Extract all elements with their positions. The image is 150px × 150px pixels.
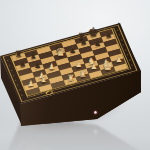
rank-label-left-2: 2 bbox=[18, 89, 20, 91]
square-d4[interactable] bbox=[57, 62, 72, 70]
square-b6[interactable] bbox=[28, 59, 43, 67]
file-label-front-B: B bbox=[46, 91, 48, 93]
square-a3[interactable] bbox=[22, 78, 37, 86]
square-h1[interactable] bbox=[113, 63, 128, 71]
rank-label-left-7: 7 bbox=[8, 64, 10, 66]
square-d2[interactable] bbox=[61, 72, 76, 80]
rank-label-right-5: 5 bbox=[123, 44, 125, 46]
rank-label-right-8: 8 bbox=[116, 29, 118, 31]
file-label-front-G: G bbox=[108, 74, 111, 76]
piece-shadow bbox=[78, 76, 89, 81]
rook-glyph: ♜ bbox=[76, 70, 90, 79]
file-label-front-E: E bbox=[83, 81, 85, 83]
square-d1[interactable] bbox=[63, 77, 78, 85]
square-g8[interactable] bbox=[86, 32, 101, 40]
square-f8[interactable] bbox=[74, 36, 89, 44]
square-g7[interactable] bbox=[88, 37, 103, 45]
piece-shadow bbox=[113, 60, 124, 65]
rank-label-right-2: 2 bbox=[129, 59, 131, 61]
piece-shadow bbox=[67, 51, 78, 56]
pawn-glyph: ♟ bbox=[99, 59, 113, 67]
square-e2[interactable] bbox=[74, 69, 89, 77]
square-c3[interactable] bbox=[47, 71, 62, 79]
king-glyph: ♚ bbox=[87, 25, 101, 37]
piece-shadow bbox=[101, 64, 112, 69]
square-f6[interactable] bbox=[78, 46, 93, 54]
file-label-back-B: B bbox=[28, 49, 30, 51]
file-label-back-A: A bbox=[16, 52, 18, 54]
piece-shadow bbox=[26, 85, 37, 90]
square-e1[interactable] bbox=[76, 74, 91, 82]
pawn-glyph: ♟ bbox=[16, 60, 30, 68]
square-h6[interactable] bbox=[103, 39, 118, 47]
piece-shadow bbox=[36, 76, 47, 81]
piece-shadow bbox=[55, 55, 66, 60]
square-g5[interactable] bbox=[92, 47, 107, 55]
square-c8[interactable] bbox=[36, 46, 51, 54]
pieces-layer: ♜♜♚♝♞♟♟♟♛♟♟♟♟♟♟♞♟♝♟♟♟♜♜♚ bbox=[0, 23, 120, 56]
square-h7[interactable] bbox=[101, 34, 116, 42]
square-g3[interactable] bbox=[97, 57, 112, 65]
square-c5[interactable] bbox=[42, 61, 57, 69]
file-label-back-H: H bbox=[103, 28, 105, 30]
piece-shadow bbox=[32, 66, 43, 71]
piece-shadow bbox=[88, 34, 99, 39]
square-d6[interactable] bbox=[53, 53, 68, 61]
bishop-glyph: ♝ bbox=[36, 74, 50, 84]
bishop-glyph: ♝ bbox=[26, 50, 40, 60]
queen-glyph: ♛ bbox=[53, 46, 67, 57]
file-label-front-D: D bbox=[71, 84, 74, 86]
file-label-front-C: C bbox=[58, 88, 60, 90]
floor-fade bbox=[0, 118, 150, 150]
piece-shadow bbox=[13, 55, 24, 60]
piece-shadow bbox=[88, 67, 99, 72]
rank-label-right-3: 3 bbox=[127, 54, 129, 56]
square-d5[interactable] bbox=[55, 58, 70, 66]
piece-shadow bbox=[76, 38, 87, 43]
square-c2[interactable] bbox=[49, 76, 64, 84]
square-g2[interactable] bbox=[99, 62, 114, 70]
pawn-glyph: ♟ bbox=[45, 63, 59, 71]
square-g4[interactable] bbox=[95, 52, 110, 60]
square-d7[interactable] bbox=[51, 48, 66, 56]
square-f5[interactable] bbox=[80, 51, 95, 59]
pawn-glyph: ♟ bbox=[86, 63, 100, 71]
square-a7[interactable] bbox=[13, 58, 28, 66]
logo-slash-icon bbox=[47, 91, 50, 93]
piece-shadow bbox=[46, 68, 57, 73]
square-g1[interactable] bbox=[101, 67, 116, 75]
square-b4[interactable] bbox=[32, 69, 47, 77]
piece-shadow bbox=[92, 44, 103, 49]
square-e7[interactable] bbox=[63, 44, 78, 52]
square-e4[interactable] bbox=[70, 59, 85, 67]
square-a6[interactable] bbox=[15, 63, 30, 71]
file-label-front-H: H bbox=[121, 70, 123, 72]
piece-shadow bbox=[86, 62, 97, 67]
piece-shadow bbox=[103, 69, 114, 74]
rank-label-left-3: 3 bbox=[16, 84, 18, 86]
rook-glyph: ♜ bbox=[74, 32, 88, 41]
square-f3[interactable] bbox=[84, 60, 99, 68]
pawn-glyph: ♟ bbox=[72, 61, 86, 69]
king-glyph: ♚ bbox=[101, 60, 115, 72]
square-b5[interactable] bbox=[30, 64, 45, 72]
rank-label-right-4: 4 bbox=[125, 49, 127, 51]
square-c6[interactable] bbox=[40, 56, 55, 64]
square-h3[interactable] bbox=[109, 54, 124, 62]
square-h2[interactable] bbox=[111, 58, 126, 66]
square-a4[interactable] bbox=[20, 73, 35, 81]
square-d8[interactable] bbox=[49, 43, 64, 51]
square-e3[interactable] bbox=[72, 64, 87, 72]
square-b2[interactable] bbox=[36, 79, 51, 87]
piece-shadow bbox=[17, 65, 28, 70]
square-e5[interactable] bbox=[67, 54, 82, 62]
pawn-glyph: ♟ bbox=[76, 38, 90, 46]
square-b7[interactable] bbox=[26, 55, 41, 63]
piece-shadow bbox=[53, 50, 64, 55]
pawn-glyph: ♟ bbox=[24, 80, 38, 88]
file-label-back-G: G bbox=[91, 32, 94, 34]
file-label-back-E: E bbox=[66, 39, 68, 41]
square-f7[interactable] bbox=[76, 41, 91, 49]
coordinate-labels: AABBCCDDEEFFGGHH8877665544332211 bbox=[0, 23, 120, 56]
square-f1[interactable] bbox=[88, 70, 103, 78]
file-label-back-D: D bbox=[53, 42, 56, 44]
piece-shadow bbox=[38, 81, 49, 86]
square-e8[interactable] bbox=[61, 39, 76, 47]
square-c1[interactable] bbox=[51, 81, 66, 89]
square-d3[interactable] bbox=[59, 67, 74, 75]
piece-shadow bbox=[28, 57, 39, 62]
square-f2[interactable] bbox=[86, 65, 101, 73]
pawn-glyph: ♟ bbox=[30, 62, 44, 70]
rank-label-right-1: 1 bbox=[131, 64, 133, 66]
square-b8[interactable] bbox=[24, 50, 39, 58]
pawn-glyph: ♟ bbox=[91, 39, 105, 47]
file-label-back-C: C bbox=[41, 45, 43, 47]
piece-shadow bbox=[74, 66, 85, 71]
pawn-glyph: ♟ bbox=[111, 56, 125, 64]
pawn-glyph: ♟ bbox=[34, 71, 48, 79]
piece-shadow bbox=[65, 79, 76, 84]
square-g6[interactable] bbox=[90, 42, 105, 50]
square-h5[interactable] bbox=[105, 44, 120, 52]
square-b3[interactable] bbox=[34, 74, 49, 82]
rank-label-left-5: 5 bbox=[12, 74, 14, 76]
file-label-back-F: F bbox=[78, 35, 80, 37]
rank-label-right-6: 6 bbox=[121, 39, 123, 41]
square-a2[interactable] bbox=[24, 83, 39, 91]
square-b1[interactable] bbox=[38, 84, 53, 92]
rank-label-left-4: 4 bbox=[14, 79, 16, 81]
file-label-front-F: F bbox=[96, 77, 98, 79]
square-c7[interactable] bbox=[38, 51, 53, 59]
square-f4[interactable] bbox=[82, 56, 97, 64]
rank-label-left-8: 8 bbox=[6, 60, 8, 62]
square-a5[interactable] bbox=[17, 68, 32, 76]
product-photo-frame: AABBCCDDEEFFGGHH8877665544332211 ♜♜♚♝♞♟♟… bbox=[0, 0, 150, 150]
knight-glyph: ♞ bbox=[51, 43, 65, 52]
square-e6[interactable] bbox=[65, 49, 80, 57]
square-a8[interactable] bbox=[11, 53, 26, 61]
piece-shadow bbox=[78, 43, 89, 48]
rook-glyph: ♜ bbox=[63, 73, 77, 82]
square-h4[interactable] bbox=[107, 49, 122, 57]
rook-glyph: ♜ bbox=[12, 49, 26, 58]
square-h8[interactable] bbox=[99, 29, 114, 37]
pawn-glyph: ♟ bbox=[66, 46, 80, 54]
rank-label-left-6: 6 bbox=[10, 69, 12, 71]
pawn-glyph: ♟ bbox=[101, 31, 115, 39]
rank-label-right-7: 7 bbox=[119, 34, 121, 36]
knight-glyph: ♞ bbox=[84, 56, 98, 65]
piece-shadow bbox=[103, 36, 114, 41]
square-c4[interactable] bbox=[45, 66, 60, 74]
